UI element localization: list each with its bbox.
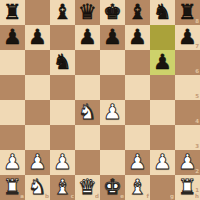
piece-white-pawn[interactable]: ♟ xyxy=(128,150,147,175)
coordinate-rank-5: 5 xyxy=(195,94,199,100)
coordinate-rank-3: 3 xyxy=(195,144,199,150)
coordinate-file-b: b xyxy=(45,194,49,200)
piece-white-pawn[interactable]: ♟ xyxy=(53,150,72,175)
piece-black-pawn[interactable]: ♟ xyxy=(103,25,122,50)
square-f8[interactable]: ♝ xyxy=(125,0,150,25)
piece-black-rook[interactable]: ♜ xyxy=(178,0,197,25)
square-f5[interactable] xyxy=(125,75,150,100)
square-a8[interactable]: ♜ xyxy=(0,0,25,25)
piece-white-queen[interactable]: ♛ xyxy=(78,175,97,200)
square-h1[interactable]: ♜1h xyxy=(175,175,200,200)
square-a1[interactable]: ♜a xyxy=(0,175,25,200)
piece-white-rook[interactable]: ♜ xyxy=(3,175,22,200)
square-h6[interactable]: 6 xyxy=(175,50,200,75)
square-e4[interactable]: ♟ xyxy=(100,100,125,125)
square-b3[interactable] xyxy=(25,125,50,150)
square-h2[interactable]: ♟2 xyxy=(175,150,200,175)
square-d4[interactable]: ♞ xyxy=(75,100,100,125)
coordinate-rank-4: 4 xyxy=(195,119,199,125)
coordinate-rank-7: 7 xyxy=(195,44,199,50)
piece-white-rook[interactable]: ♜ xyxy=(178,175,197,200)
coordinate-file-g: g xyxy=(170,194,174,200)
square-h4[interactable]: 4 xyxy=(175,100,200,125)
piece-white-pawn[interactable]: ♟ xyxy=(28,150,47,175)
square-a4[interactable] xyxy=(0,100,25,125)
square-e1[interactable]: ♚e xyxy=(100,175,125,200)
square-d3[interactable] xyxy=(75,125,100,150)
square-d5[interactable] xyxy=(75,75,100,100)
coordinate-rank-6: 6 xyxy=(195,69,199,75)
square-g6[interactable]: ♟ xyxy=(150,50,175,75)
square-e8[interactable]: ♚ xyxy=(100,0,125,25)
square-c3[interactable] xyxy=(50,125,75,150)
square-h7[interactable]: ♟7 xyxy=(175,25,200,50)
piece-white-pawn[interactable]: ♟ xyxy=(103,100,122,125)
square-h5[interactable]: 5 xyxy=(175,75,200,100)
square-f3[interactable] xyxy=(125,125,150,150)
coordinate-file-h: h xyxy=(195,194,199,200)
piece-white-bishop[interactable]: ♝ xyxy=(128,175,147,200)
square-g2[interactable]: ♟ xyxy=(150,150,175,175)
piece-black-king[interactable]: ♚ xyxy=(103,0,122,25)
piece-white-knight[interactable]: ♞ xyxy=(28,175,47,200)
square-d2[interactable] xyxy=(75,150,100,175)
square-b5[interactable] xyxy=(25,75,50,100)
square-b1[interactable]: ♞b xyxy=(25,175,50,200)
square-g5[interactable] xyxy=(150,75,175,100)
square-b7[interactable]: ♟ xyxy=(25,25,50,50)
square-e5[interactable] xyxy=(100,75,125,100)
coordinate-file-f: f xyxy=(147,194,149,200)
square-g1[interactable]: g xyxy=(150,175,175,200)
piece-black-pawn[interactable]: ♟ xyxy=(128,25,147,50)
coordinate-file-e: e xyxy=(120,194,124,200)
square-e6[interactable] xyxy=(100,50,125,75)
square-f4[interactable] xyxy=(125,100,150,125)
square-d1[interactable]: ♛d xyxy=(75,175,100,200)
square-c1[interactable]: ♝c xyxy=(50,175,75,200)
square-g7[interactable] xyxy=(150,25,175,50)
piece-black-pawn[interactable]: ♟ xyxy=(153,50,172,75)
square-a5[interactable] xyxy=(0,75,25,100)
square-f2[interactable]: ♟ xyxy=(125,150,150,175)
square-c4[interactable] xyxy=(50,100,75,125)
square-a3[interactable] xyxy=(0,125,25,150)
square-c7[interactable] xyxy=(50,25,75,50)
square-f1[interactable]: ♝f xyxy=(125,175,150,200)
square-g8[interactable]: ♞ xyxy=(150,0,175,25)
piece-black-knight[interactable]: ♞ xyxy=(53,50,72,75)
piece-black-queen[interactable]: ♛ xyxy=(78,0,97,25)
square-d7[interactable]: ♟ xyxy=(75,25,100,50)
square-c6[interactable]: ♞ xyxy=(50,50,75,75)
square-h3[interactable]: 3 xyxy=(175,125,200,150)
piece-black-pawn[interactable]: ♟ xyxy=(28,25,47,50)
square-a7[interactable]: ♟ xyxy=(0,25,25,50)
coordinate-rank-1: 1 xyxy=(195,188,199,194)
square-f7[interactable]: ♟ xyxy=(125,25,150,50)
square-c8[interactable]: ♝ xyxy=(50,0,75,25)
square-b8[interactable] xyxy=(25,0,50,25)
square-c2[interactable]: ♟ xyxy=(50,150,75,175)
square-b2[interactable]: ♟ xyxy=(25,150,50,175)
square-d6[interactable] xyxy=(75,50,100,75)
piece-black-pawn[interactable]: ♟ xyxy=(178,25,197,50)
square-b4[interactable] xyxy=(25,100,50,125)
piece-black-pawn[interactable]: ♟ xyxy=(78,25,97,50)
piece-white-pawn[interactable]: ♟ xyxy=(178,150,197,175)
square-d8[interactable]: ♛ xyxy=(75,0,100,25)
square-a6[interactable] xyxy=(0,50,25,75)
square-g4[interactable] xyxy=(150,100,175,125)
piece-white-pawn[interactable]: ♟ xyxy=(153,150,172,175)
piece-white-pawn[interactable]: ♟ xyxy=(3,150,22,175)
square-e3[interactable] xyxy=(100,125,125,150)
square-e2[interactable] xyxy=(100,150,125,175)
square-c5[interactable] xyxy=(50,75,75,100)
square-g3[interactable] xyxy=(150,125,175,150)
piece-white-bishop[interactable]: ♝ xyxy=(53,175,72,200)
piece-black-bishop[interactable]: ♝ xyxy=(128,0,147,25)
piece-black-bishop[interactable]: ♝ xyxy=(53,0,72,25)
coordinate-rank-2: 2 xyxy=(195,169,199,175)
square-b6[interactable] xyxy=(25,50,50,75)
square-h8[interactable]: ♜8 xyxy=(175,0,200,25)
coordinate-rank-8: 8 xyxy=(195,19,199,25)
piece-black-rook[interactable]: ♜ xyxy=(3,0,22,25)
chess-board: ♜♝♛♚♝♞♜8♟♟♟♟♟♟7♞♟65♞♟43♟♟♟♟♟♟2♜a♞b♝c♛d♚e… xyxy=(0,0,200,200)
piece-black-pawn[interactable]: ♟ xyxy=(3,25,22,50)
square-f6[interactable] xyxy=(125,50,150,75)
square-a2[interactable]: ♟ xyxy=(0,150,25,175)
square-e7[interactable]: ♟ xyxy=(100,25,125,50)
coordinate-file-c: c xyxy=(71,194,74,200)
coordinate-file-d: d xyxy=(95,194,99,200)
piece-white-knight[interactable]: ♞ xyxy=(78,100,97,125)
piece-white-king[interactable]: ♚ xyxy=(103,175,122,200)
coordinate-file-a: a xyxy=(20,194,24,200)
piece-black-knight[interactable]: ♞ xyxy=(153,0,172,25)
